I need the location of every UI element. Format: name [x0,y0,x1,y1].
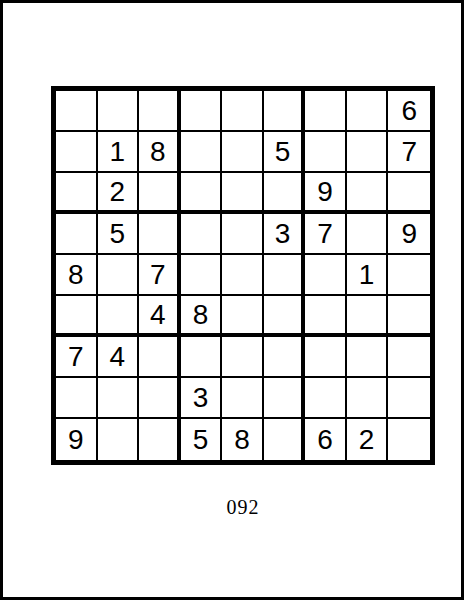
cell-r2c1-empty[interactable] [56,132,98,173]
cell-r9c6-empty[interactable] [264,419,306,460]
cell-r6c9-empty[interactable] [388,296,430,337]
cell-r1c5-empty[interactable] [222,91,264,132]
sudoku-board: 618572953798714874395862 [51,86,435,465]
cell-r9c3-empty[interactable] [139,419,181,460]
cell-r6c1-empty[interactable] [56,296,98,337]
cell-r3c5-empty[interactable] [222,173,264,214]
cell-r1c8-empty[interactable] [347,91,389,132]
cell-r4c1-empty[interactable] [56,214,98,255]
cell-r1c6-empty[interactable] [264,91,306,132]
cell-r3c7-given[interactable]: 9 [305,173,347,214]
cell-r5c4-empty[interactable] [181,255,223,296]
cell-r2c9-given[interactable]: 7 [388,132,430,173]
cell-r9c7-given[interactable]: 6 [305,419,347,460]
cell-r1c4-empty[interactable] [181,91,223,132]
cell-r8c7-empty[interactable] [305,378,347,419]
cell-r4c7-given[interactable]: 7 [305,214,347,255]
cell-r6c8-empty[interactable] [347,296,389,337]
cell-r3c8-empty[interactable] [347,173,389,214]
cell-r7c2-given[interactable]: 4 [98,337,140,378]
puzzle-number: 092 [51,496,435,518]
cell-r2c4-empty[interactable] [181,132,223,173]
cell-r7c8-empty[interactable] [347,337,389,378]
cell-r8c8-empty[interactable] [347,378,389,419]
cell-r6c2-empty[interactable] [98,296,140,337]
cell-r4c8-empty[interactable] [347,214,389,255]
cell-r3c2-given[interactable]: 2 [98,173,140,214]
cell-r2c8-empty[interactable] [347,132,389,173]
cell-r2c6-given[interactable]: 5 [264,132,306,173]
puzzle-page: 618572953798714874395862 092 [0,0,464,600]
cell-r4c6-given[interactable]: 3 [264,214,306,255]
cell-r8c5-empty[interactable] [222,378,264,419]
cell-r8c2-empty[interactable] [98,378,140,419]
cell-r5c5-empty[interactable] [222,255,264,296]
cell-r4c3-empty[interactable] [139,214,181,255]
cell-r9c1-given[interactable]: 9 [56,419,98,460]
cell-r9c4-given[interactable]: 5 [181,419,223,460]
cell-r8c4-given[interactable]: 3 [181,378,223,419]
cell-r5c6-empty[interactable] [264,255,306,296]
cell-r5c2-empty[interactable] [98,255,140,296]
cell-r2c7-empty[interactable] [305,132,347,173]
cell-r7c4-empty[interactable] [181,337,223,378]
cell-r6c7-empty[interactable] [305,296,347,337]
cell-r7c9-empty[interactable] [388,337,430,378]
cell-r8c6-empty[interactable] [264,378,306,419]
cell-r4c5-empty[interactable] [222,214,264,255]
cell-r8c1-empty[interactable] [56,378,98,419]
cell-r2c5-empty[interactable] [222,132,264,173]
cell-r5c9-empty[interactable] [388,255,430,296]
cell-r1c3-empty[interactable] [139,91,181,132]
cell-r9c5-given[interactable]: 8 [222,419,264,460]
cell-r1c9-given[interactable]: 6 [388,91,430,132]
cell-r1c1-empty[interactable] [56,91,98,132]
cell-r7c3-empty[interactable] [139,337,181,378]
cell-r3c4-empty[interactable] [181,173,223,214]
cell-r1c7-empty[interactable] [305,91,347,132]
cell-r5c8-given[interactable]: 1 [347,255,389,296]
cell-r8c9-empty[interactable] [388,378,430,419]
cell-r4c2-given[interactable]: 5 [98,214,140,255]
cell-r1c2-empty[interactable] [98,91,140,132]
cell-r9c8-given[interactable]: 2 [347,419,389,460]
cell-r6c4-given[interactable]: 8 [181,296,223,337]
cell-r8c3-empty[interactable] [139,378,181,419]
cell-r4c9-given[interactable]: 9 [388,214,430,255]
cell-r7c7-empty[interactable] [305,337,347,378]
cell-r6c5-empty[interactable] [222,296,264,337]
cell-r2c3-given[interactable]: 8 [139,132,181,173]
cell-r7c1-given[interactable]: 7 [56,337,98,378]
cell-r3c1-empty[interactable] [56,173,98,214]
cell-r5c3-given[interactable]: 7 [139,255,181,296]
cell-r4c4-empty[interactable] [181,214,223,255]
cell-r6c3-given[interactable]: 4 [139,296,181,337]
cell-r5c1-given[interactable]: 8 [56,255,98,296]
cell-r7c6-empty[interactable] [264,337,306,378]
cell-r9c9-empty[interactable] [388,419,430,460]
cell-r3c3-empty[interactable] [139,173,181,214]
cell-r9c2-empty[interactable] [98,419,140,460]
cell-r2c2-given[interactable]: 1 [98,132,140,173]
cell-r3c9-empty[interactable] [388,173,430,214]
cell-r7c5-empty[interactable] [222,337,264,378]
cell-r3c6-empty[interactable] [264,173,306,214]
cell-r5c7-empty[interactable] [305,255,347,296]
cell-r6c6-empty[interactable] [264,296,306,337]
